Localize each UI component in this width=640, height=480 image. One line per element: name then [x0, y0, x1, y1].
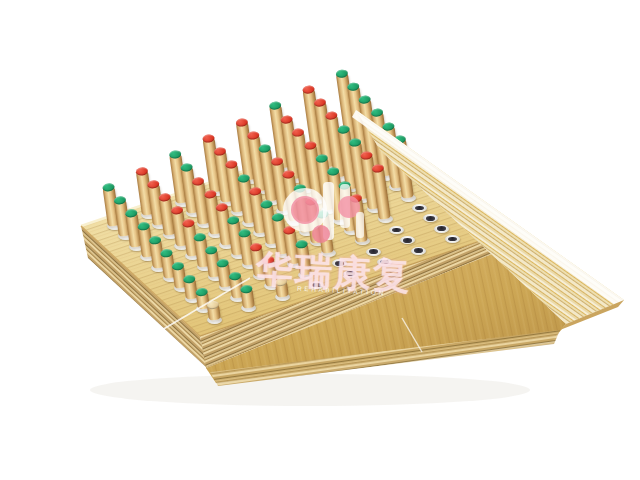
thread-line-front	[128, 278, 250, 350]
stand-overlay	[0, 0, 640, 480]
thread-line-right	[402, 318, 422, 352]
product-photo-scene: 华瑞康复 REHABILITATION	[0, 0, 640, 480]
stand-panel-highlight	[352, 110, 624, 306]
